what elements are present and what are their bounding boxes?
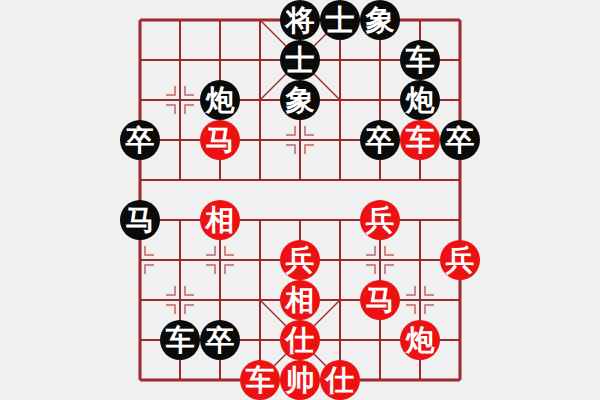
piece-red-advisor[interactable]: 仕 <box>280 320 320 360</box>
piece-black-chariot[interactable]: 车 <box>160 320 200 360</box>
piece-black-advisor[interactable]: 士 <box>280 40 320 80</box>
piece-black-cannon[interactable]: 炮 <box>200 80 240 120</box>
piece-red-cannon[interactable]: 炮 <box>400 320 440 360</box>
piece-black-elephant[interactable]: 象 <box>280 80 320 120</box>
piece-red-elephant[interactable]: 相 <box>200 200 240 240</box>
piece-black-soldier[interactable]: 卒 <box>200 320 240 360</box>
piece-black-chariot[interactable]: 车 <box>400 40 440 80</box>
piece-black-cannon[interactable]: 炮 <box>400 80 440 120</box>
piece-red-soldier[interactable]: 兵 <box>280 240 320 280</box>
page-background: { "game": "xiangqi", "position": "4kab2/… <box>0 0 600 400</box>
piece-black-soldier[interactable]: 卒 <box>440 120 480 160</box>
piece-red-chariot[interactable]: 车 <box>240 360 280 400</box>
piece-red-horse[interactable]: 马 <box>360 280 400 320</box>
piece-red-general[interactable]: 帅 <box>280 360 320 400</box>
piece-red-soldier[interactable]: 兵 <box>360 200 400 240</box>
piece-black-general[interactable]: 将 <box>280 0 320 40</box>
pieces-layer: 将士象士车炮象炮卒卒卒马车卒马车相兵兵兵相马仕炮车帅仕 <box>120 0 480 400</box>
piece-black-advisor[interactable]: 士 <box>320 0 360 40</box>
piece-black-horse[interactable]: 马 <box>120 200 160 240</box>
xiangqi-app: 将士象士车炮象炮卒卒卒马车卒马车相兵兵兵相马仕炮车帅仕 <box>0 0 600 400</box>
piece-red-soldier[interactable]: 兵 <box>440 240 480 280</box>
piece-black-soldier[interactable]: 卒 <box>360 120 400 160</box>
piece-red-horse[interactable]: 马 <box>200 120 240 160</box>
piece-red-elephant[interactable]: 相 <box>280 280 320 320</box>
piece-red-chariot[interactable]: 车 <box>400 120 440 160</box>
piece-red-advisor[interactable]: 仕 <box>320 360 360 400</box>
piece-black-soldier[interactable]: 卒 <box>120 120 160 160</box>
piece-black-elephant[interactable]: 象 <box>360 0 400 40</box>
